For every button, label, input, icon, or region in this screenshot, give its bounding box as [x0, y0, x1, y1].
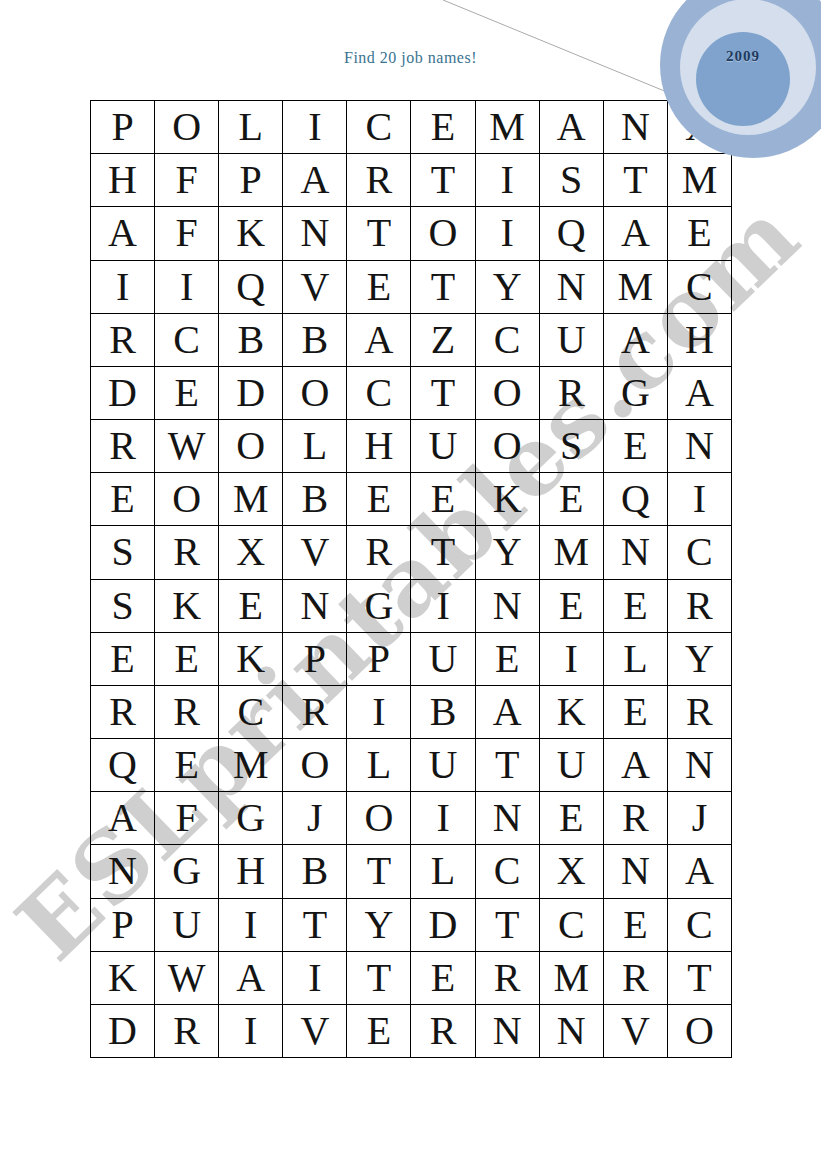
grid-cell: Y: [476, 261, 540, 314]
grid-cell: J: [668, 792, 732, 845]
grid-cell: D: [219, 367, 283, 420]
grid-cell: U: [540, 314, 604, 367]
grid-cell: I: [219, 899, 283, 952]
grid-cell: E: [155, 739, 219, 792]
grid-cell: Q: [604, 473, 668, 526]
grid-cell: R: [668, 580, 732, 633]
grid-cell: T: [604, 154, 668, 207]
grid-cell: W: [155, 420, 219, 473]
grid-cell: A: [476, 686, 540, 739]
grid-cell: Q: [219, 261, 283, 314]
grid-cell: M: [540, 526, 604, 579]
grid-cell: C: [347, 367, 411, 420]
grid-cell: D: [411, 899, 475, 952]
grid-cell: E: [604, 686, 668, 739]
grid-cell: C: [668, 899, 732, 952]
grid-cell: H: [668, 314, 732, 367]
grid-cell: S: [91, 526, 155, 579]
grid-cell: B: [411, 686, 475, 739]
grid-cell: E: [540, 792, 604, 845]
grid-cell: J: [283, 792, 347, 845]
grid-cell: E: [668, 207, 732, 260]
grid-cell: R: [155, 1005, 219, 1058]
grid-cell: A: [219, 952, 283, 1005]
grid-cell: D: [91, 1005, 155, 1058]
grid-cell: E: [476, 633, 540, 686]
grid-cell: T: [476, 739, 540, 792]
grid-cell: X: [219, 526, 283, 579]
badge-year-label: 2009: [696, 32, 790, 65]
grid-cell: N: [476, 580, 540, 633]
grid-cell: E: [347, 473, 411, 526]
grid-cell: R: [668, 686, 732, 739]
grid-cell: A: [604, 207, 668, 260]
grid-cell: B: [283, 845, 347, 898]
grid-cell: O: [155, 101, 219, 154]
grid-cell: N: [604, 845, 668, 898]
grid-cell: B: [219, 314, 283, 367]
grid-cell: N: [668, 420, 732, 473]
grid-cell: I: [347, 686, 411, 739]
grid-cell: C: [476, 845, 540, 898]
grid-cell: O: [155, 473, 219, 526]
grid-cell: C: [219, 686, 283, 739]
grid-cell: E: [91, 473, 155, 526]
grid-cell: I: [476, 207, 540, 260]
grid-cell: R: [411, 1005, 475, 1058]
grid-cell: T: [411, 154, 475, 207]
grid-cell: O: [283, 739, 347, 792]
grid-cell: T: [347, 952, 411, 1005]
grid-cell: T: [668, 952, 732, 1005]
grid-cell: R: [604, 952, 668, 1005]
grid-cell: T: [347, 845, 411, 898]
grid-cell: T: [411, 367, 475, 420]
grid-cell: E: [604, 420, 668, 473]
grid-cell: M: [668, 154, 732, 207]
grid-cell: Y: [668, 633, 732, 686]
grid-cell: P: [91, 101, 155, 154]
grid-cell: V: [283, 261, 347, 314]
grid-cell: O: [411, 207, 475, 260]
grid-cell: A: [91, 207, 155, 260]
grid-cell: V: [283, 1005, 347, 1058]
grid-cell: I: [219, 1005, 283, 1058]
worksheet-page: Find 20 job names! ESLprintables.com 200…: [0, 0, 821, 1169]
grid-cell: I: [668, 473, 732, 526]
grid-cell: K: [91, 952, 155, 1005]
grid-cell: T: [476, 899, 540, 952]
grid-cell: B: [283, 314, 347, 367]
grid-cell: R: [283, 686, 347, 739]
grid-cell: Q: [540, 207, 604, 260]
grid-cell: P: [347, 633, 411, 686]
grid-cell: M: [219, 739, 283, 792]
grid-cell: I: [411, 792, 475, 845]
grid-cell: X: [540, 845, 604, 898]
grid-cell: R: [476, 952, 540, 1005]
grid-cell: G: [604, 367, 668, 420]
grid-cell: B: [283, 473, 347, 526]
grid-cell: H: [347, 420, 411, 473]
grid-cell: L: [219, 101, 283, 154]
grid-cell: O: [283, 367, 347, 420]
grid-cell: R: [347, 154, 411, 207]
grid-cell: T: [347, 207, 411, 260]
page-title: Find 20 job names!: [344, 49, 477, 67]
grid-cell: E: [540, 473, 604, 526]
grid-cell: U: [411, 633, 475, 686]
grid-cell: U: [155, 899, 219, 952]
grid-cell: A: [604, 739, 668, 792]
grid-cell: V: [604, 1005, 668, 1058]
grid-cell: S: [91, 580, 155, 633]
grid-cell: K: [219, 633, 283, 686]
grid-cell: I: [411, 580, 475, 633]
grid-cell: Y: [347, 899, 411, 952]
grid-cell: H: [219, 845, 283, 898]
grid-cell: C: [476, 314, 540, 367]
word-grid: POLICEMANXHFPARTISTMAFKNTOIQAEIIQVETYNMC…: [90, 100, 732, 1058]
grid-cell: A: [91, 792, 155, 845]
grid-cell: E: [411, 473, 475, 526]
grid-cell: E: [411, 952, 475, 1005]
grid-cell: F: [155, 207, 219, 260]
grid-cell: A: [668, 845, 732, 898]
grid-cell: I: [283, 101, 347, 154]
grid-cell: N: [540, 261, 604, 314]
grid-cell: E: [347, 1005, 411, 1058]
grid-cell: C: [668, 261, 732, 314]
grid-cell: N: [604, 101, 668, 154]
grid-cell: G: [155, 845, 219, 898]
grid-cell: N: [476, 1005, 540, 1058]
grid-cell: E: [347, 261, 411, 314]
grid-cell: T: [411, 526, 475, 579]
grid-cell: F: [155, 154, 219, 207]
grid-cell: K: [476, 473, 540, 526]
grid-cell: R: [91, 420, 155, 473]
grid-cell: O: [476, 367, 540, 420]
grid-cell: Q: [91, 739, 155, 792]
grid-cell: I: [540, 633, 604, 686]
grid-cell: O: [476, 420, 540, 473]
grid-cell: A: [283, 154, 347, 207]
grid-cell: E: [219, 580, 283, 633]
grid-cell: K: [155, 580, 219, 633]
grid-cell: G: [347, 580, 411, 633]
grid-cell: E: [411, 101, 475, 154]
grid-cell: L: [347, 739, 411, 792]
grid-cell: U: [411, 420, 475, 473]
grid-cell: R: [91, 686, 155, 739]
grid-cell: I: [155, 261, 219, 314]
grid-cell: I: [91, 261, 155, 314]
grid-cell: V: [283, 526, 347, 579]
grid-cell: A: [540, 101, 604, 154]
grid-cell: Y: [476, 526, 540, 579]
grid-cell: M: [476, 101, 540, 154]
grid-cell: A: [668, 367, 732, 420]
grid-cell: R: [155, 526, 219, 579]
grid-cell: P: [219, 154, 283, 207]
grid-cell: I: [283, 952, 347, 1005]
grid-cell: C: [540, 899, 604, 952]
grid-cell: R: [604, 792, 668, 845]
grid-cell: O: [219, 420, 283, 473]
grid-cell: R: [91, 314, 155, 367]
grid-cell: M: [219, 473, 283, 526]
year-badge: 2009: [696, 32, 790, 126]
grid-cell: T: [411, 261, 475, 314]
grid-cell: U: [411, 739, 475, 792]
grid-cell: P: [283, 633, 347, 686]
grid-cell: E: [604, 899, 668, 952]
grid-cell: M: [540, 952, 604, 1005]
grid-cell: I: [476, 154, 540, 207]
grid-cell: H: [91, 154, 155, 207]
grid-cell: O: [668, 1005, 732, 1058]
grid-cell: P: [91, 899, 155, 952]
grid-cell: F: [155, 792, 219, 845]
grid-cell: S: [540, 420, 604, 473]
grid-cell: E: [540, 580, 604, 633]
grid-cell: W: [155, 952, 219, 1005]
grid-cell: K: [540, 686, 604, 739]
grid-cell: N: [604, 526, 668, 579]
grid-cell: N: [668, 739, 732, 792]
grid-cell: D: [91, 367, 155, 420]
grid-cell: A: [604, 314, 668, 367]
grid-cell: R: [540, 367, 604, 420]
grid-cell: N: [283, 207, 347, 260]
grid-cell: L: [283, 420, 347, 473]
grid-cell: N: [91, 845, 155, 898]
grid-cell: N: [540, 1005, 604, 1058]
grid-cell: E: [604, 580, 668, 633]
grid-cell: S: [540, 154, 604, 207]
grid-cell: K: [219, 207, 283, 260]
grid-cell: T: [283, 899, 347, 952]
grid-cell: M: [604, 261, 668, 314]
grid-cell: G: [219, 792, 283, 845]
grid-cell: E: [155, 633, 219, 686]
grid-cell: N: [476, 792, 540, 845]
grid-cell: E: [155, 367, 219, 420]
grid-cell: C: [155, 314, 219, 367]
grid-cell: C: [668, 526, 732, 579]
grid-cell: R: [155, 686, 219, 739]
grid-cell: O: [347, 792, 411, 845]
grid-cell: L: [604, 633, 668, 686]
grid-cell: N: [283, 580, 347, 633]
grid-cell: U: [540, 739, 604, 792]
grid-cell: L: [411, 845, 475, 898]
grid-cell: A: [347, 314, 411, 367]
grid-cell: Z: [411, 314, 475, 367]
grid-cell: E: [91, 633, 155, 686]
grid-cell: R: [347, 526, 411, 579]
grid-cell: C: [347, 101, 411, 154]
